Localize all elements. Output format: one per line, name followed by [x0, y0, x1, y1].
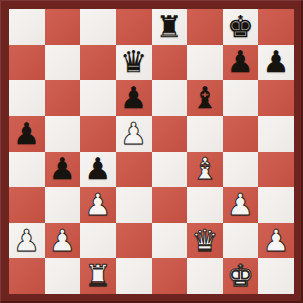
square-d2[interactable]	[116, 223, 152, 259]
white-pawn: ♟	[263, 226, 290, 256]
black-pawn: ♟	[227, 47, 254, 77]
square-c7[interactable]	[80, 45, 116, 81]
square-e6[interactable]	[152, 80, 188, 116]
white-king: ♚	[227, 261, 254, 291]
square-h7[interactable]: ♟	[258, 45, 294, 81]
square-g5[interactable]	[223, 116, 259, 152]
square-f8[interactable]	[187, 9, 223, 45]
square-b4[interactable]: ♟	[45, 152, 81, 188]
square-h4[interactable]	[258, 152, 294, 188]
square-d3[interactable]	[116, 187, 152, 223]
square-h6[interactable]	[258, 80, 294, 116]
square-c2[interactable]	[80, 223, 116, 259]
square-a1[interactable]	[9, 258, 45, 294]
white-pawn: ♟	[227, 190, 254, 220]
square-e2[interactable]	[152, 223, 188, 259]
square-e5[interactable]	[152, 116, 188, 152]
square-c8[interactable]	[80, 9, 116, 45]
square-a2[interactable]: ♟	[9, 223, 45, 259]
square-a4[interactable]	[9, 152, 45, 188]
black-queen: ♛	[120, 47, 147, 77]
square-h8[interactable]	[258, 9, 294, 45]
white-pawn: ♟	[13, 226, 40, 256]
black-pawn: ♟	[263, 47, 290, 77]
square-c5[interactable]	[80, 116, 116, 152]
black-pawn: ♟	[13, 119, 40, 149]
square-d8[interactable]	[116, 9, 152, 45]
square-c6[interactable]	[80, 80, 116, 116]
square-e1[interactable]	[152, 258, 188, 294]
white-rook: ♜	[85, 261, 112, 291]
square-c1[interactable]: ♜	[80, 258, 116, 294]
black-rook: ♜	[156, 12, 183, 42]
square-b2[interactable]: ♟	[45, 223, 81, 259]
square-h1[interactable]	[258, 258, 294, 294]
square-a7[interactable]	[9, 45, 45, 81]
square-b1[interactable]	[45, 258, 81, 294]
square-h5[interactable]	[258, 116, 294, 152]
square-g6[interactable]	[223, 80, 259, 116]
square-e7[interactable]	[152, 45, 188, 81]
square-f5[interactable]	[187, 116, 223, 152]
black-pawn: ♟	[49, 154, 76, 184]
black-pawn: ♟	[120, 83, 147, 113]
square-g3[interactable]: ♟	[223, 187, 259, 223]
square-g8[interactable]: ♚	[223, 9, 259, 45]
square-g4[interactable]	[223, 152, 259, 188]
white-queen: ♛	[191, 226, 218, 256]
square-d7[interactable]: ♛	[116, 45, 152, 81]
square-d6[interactable]: ♟	[116, 80, 152, 116]
white-pawn: ♟	[120, 119, 147, 149]
white-pawn: ♟	[85, 190, 112, 220]
square-h3[interactable]	[258, 187, 294, 223]
square-b3[interactable]	[45, 187, 81, 223]
square-d5[interactable]: ♟	[116, 116, 152, 152]
square-c4[interactable]: ♟	[80, 152, 116, 188]
square-d4[interactable]	[116, 152, 152, 188]
square-f7[interactable]	[187, 45, 223, 81]
black-king: ♚	[227, 12, 254, 42]
square-c3[interactable]: ♟	[80, 187, 116, 223]
square-f1[interactable]	[187, 258, 223, 294]
square-f4[interactable]: ♝	[187, 152, 223, 188]
square-a3[interactable]	[9, 187, 45, 223]
square-h2[interactable]: ♟	[258, 223, 294, 259]
square-a5[interactable]: ♟	[9, 116, 45, 152]
square-g7[interactable]: ♟	[223, 45, 259, 81]
square-e8[interactable]: ♜	[152, 9, 188, 45]
square-g2[interactable]	[223, 223, 259, 259]
square-e3[interactable]	[152, 187, 188, 223]
square-d1[interactable]	[116, 258, 152, 294]
chess-board-frame: ♜♚♛♟♟♟♝♟♟♟♟♝♟♟♟♟♛♟♜♚	[0, 0, 303, 303]
square-f2[interactable]: ♛	[187, 223, 223, 259]
square-b8[interactable]	[45, 9, 81, 45]
square-a6[interactable]	[9, 80, 45, 116]
white-bishop: ♝	[191, 154, 218, 184]
square-f3[interactable]	[187, 187, 223, 223]
square-b5[interactable]	[45, 116, 81, 152]
black-pawn: ♟	[85, 154, 112, 184]
white-pawn: ♟	[49, 226, 76, 256]
black-bishop: ♝	[191, 83, 218, 113]
square-b7[interactable]	[45, 45, 81, 81]
square-b6[interactable]	[45, 80, 81, 116]
square-e4[interactable]	[152, 152, 188, 188]
chess-board: ♜♚♛♟♟♟♝♟♟♟♟♝♟♟♟♟♛♟♜♚	[9, 9, 294, 294]
square-f6[interactable]: ♝	[187, 80, 223, 116]
square-g1[interactable]: ♚	[223, 258, 259, 294]
square-a8[interactable]	[9, 9, 45, 45]
